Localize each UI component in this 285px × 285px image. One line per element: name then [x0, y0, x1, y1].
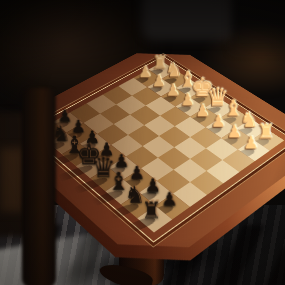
white-pawn[interactable]: ♟	[234, 135, 269, 152]
foreground-chair-post	[22, 88, 56, 285]
warm-light-glow	[200, 22, 285, 97]
chess-table-photo: ♜♞♝♚♛♝♞♜♟♟♟♟♟♟♟♟♟♟♟♟♟♟♟♟♜♞♝♚♛♝♞♜	[0, 0, 285, 285]
black-rook[interactable]: ♜	[132, 198, 170, 221]
foreground-chair-highlight	[0, 148, 24, 212]
